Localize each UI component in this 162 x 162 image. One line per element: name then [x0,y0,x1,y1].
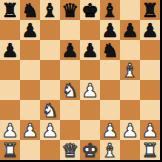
piece-white-king[interactable]: ♚ [81,140,98,160]
square-b5[interactable] [20,60,40,80]
square-g7[interactable]: ♟ [120,20,140,40]
piece-white-pawn[interactable]: ♟ [21,120,38,140]
piece-white-pawn[interactable]: ♟ [141,120,158,140]
piece-white-pawn[interactable]: ♟ [101,120,118,140]
piece-black-pawn[interactable]: ♟ [1,40,18,60]
square-b7[interactable]: ♟ [20,20,40,40]
piece-white-rook[interactable]: ♜ [141,140,158,160]
square-h1[interactable]: ♜ [140,140,160,160]
square-c8[interactable]: ♝ [40,0,60,20]
square-h8[interactable]: ♜ [140,0,160,20]
piece-black-pawn[interactable]: ♟ [121,20,138,40]
square-e6[interactable]: ♟ [80,40,100,60]
piece-black-pawn[interactable]: ♟ [141,20,158,40]
square-a6[interactable]: ♟ [0,40,20,60]
square-a8[interactable]: ♜ [0,0,20,20]
board-frame: ♜♞♝♛♚♝♜♟♟♟♟♟♟♟♞♝♞♟♞♟♟♟♟♟♟♜♛♚♝♜ [0,0,162,162]
square-b1[interactable] [20,140,40,160]
square-a7[interactable] [0,20,20,40]
square-a5[interactable] [0,60,20,80]
square-f7[interactable]: ♟ [100,20,120,40]
square-b8[interactable]: ♞ [20,0,40,20]
square-b3[interactable] [20,100,40,120]
square-c5[interactable] [40,60,60,80]
square-b6[interactable] [20,40,40,60]
square-g2[interactable]: ♟ [120,120,140,140]
square-c2[interactable]: ♟ [40,120,60,140]
square-f1[interactable]: ♝ [100,140,120,160]
square-d1[interactable]: ♛ [60,140,80,160]
square-c4[interactable] [40,80,60,100]
square-d6[interactable]: ♟ [60,40,80,60]
piece-black-king[interactable]: ♚ [81,0,98,20]
square-f2[interactable]: ♟ [100,120,120,140]
square-e1[interactable]: ♚ [80,140,100,160]
square-g3[interactable] [120,100,140,120]
piece-black-knight[interactable]: ♞ [101,40,118,60]
piece-white-rook[interactable]: ♜ [1,140,18,160]
square-d5[interactable] [60,60,80,80]
piece-black-knight[interactable]: ♞ [21,0,38,20]
square-h2[interactable]: ♟ [140,120,160,140]
piece-black-bishop[interactable]: ♝ [41,0,58,20]
piece-black-queen[interactable]: ♛ [61,0,78,20]
square-h4[interactable] [140,80,160,100]
square-e7[interactable] [80,20,100,40]
chess-board[interactable]: ♜♞♝♛♚♝♜♟♟♟♟♟♟♟♞♝♞♟♞♟♟♟♟♟♟♜♛♚♝♜ [0,0,160,160]
piece-white-pawn[interactable]: ♟ [1,120,18,140]
piece-black-pawn[interactable]: ♟ [81,40,98,60]
piece-white-pawn[interactable]: ♟ [81,80,98,100]
piece-white-knight[interactable]: ♞ [41,100,58,120]
square-a3[interactable] [0,100,20,120]
square-c6[interactable] [40,40,60,60]
square-e3[interactable] [80,100,100,120]
square-e2[interactable] [80,120,100,140]
square-d3[interactable] [60,100,80,120]
square-b4[interactable] [20,80,40,100]
square-c3[interactable]: ♞ [40,100,60,120]
piece-black-pawn[interactable]: ♟ [101,20,118,40]
square-e5[interactable] [80,60,100,80]
square-f6[interactable]: ♞ [100,40,120,60]
square-a1[interactable]: ♜ [0,140,20,160]
square-e8[interactable]: ♚ [80,0,100,20]
piece-black-pawn[interactable]: ♟ [61,40,78,60]
square-a4[interactable] [0,80,20,100]
square-f8[interactable]: ♝ [100,0,120,20]
piece-black-bishop[interactable]: ♝ [101,0,118,20]
square-f3[interactable] [100,100,120,120]
square-g4[interactable] [120,80,140,100]
square-d2[interactable] [60,120,80,140]
piece-white-queen[interactable]: ♛ [61,140,78,160]
square-g6[interactable] [120,40,140,60]
square-g1[interactable] [120,140,140,160]
square-f4[interactable] [100,80,120,100]
square-g8[interactable] [120,0,140,20]
square-f5[interactable] [100,60,120,80]
square-e4[interactable]: ♟ [80,80,100,100]
piece-white-knight[interactable]: ♞ [61,80,78,100]
square-c1[interactable] [40,140,60,160]
square-h5[interactable] [140,60,160,80]
piece-white-bishop[interactable]: ♝ [121,60,138,80]
piece-black-pawn[interactable]: ♟ [21,20,38,40]
piece-white-pawn[interactable]: ♟ [121,120,138,140]
square-b2[interactable]: ♟ [20,120,40,140]
square-d8[interactable]: ♛ [60,0,80,20]
square-a2[interactable]: ♟ [0,120,20,140]
square-c7[interactable] [40,20,60,40]
square-d4[interactable]: ♞ [60,80,80,100]
square-h6[interactable] [140,40,160,60]
square-h7[interactable]: ♟ [140,20,160,40]
square-h3[interactable] [140,100,160,120]
piece-white-pawn[interactable]: ♟ [41,120,58,140]
piece-black-rook[interactable]: ♜ [141,0,158,20]
piece-white-bishop[interactable]: ♝ [101,140,118,160]
piece-black-rook[interactable]: ♜ [1,0,18,20]
square-g5[interactable]: ♝ [120,60,140,80]
square-d7[interactable] [60,20,80,40]
